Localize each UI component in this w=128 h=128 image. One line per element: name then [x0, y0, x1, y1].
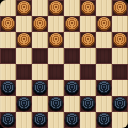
- square-r6c3[interactable]: [48, 96, 64, 112]
- square-r2c7[interactable]: [112, 32, 128, 48]
- square-r0c4: [64, 0, 80, 16]
- square-r7c7: [112, 112, 128, 128]
- square-r7c3: [48, 112, 64, 128]
- square-r6c5[interactable]: [80, 96, 96, 112]
- square-r2c5[interactable]: [80, 32, 96, 48]
- square-r5c3: [48, 80, 64, 96]
- square-r2c1[interactable]: [16, 32, 32, 48]
- square-r5c1: [16, 80, 32, 96]
- checker-piece-navy[interactable]: [65, 113, 79, 127]
- square-r0c3[interactable]: [48, 0, 64, 16]
- square-r2c2: [32, 32, 48, 48]
- checker-piece-navy[interactable]: [65, 81, 79, 95]
- checker-piece-navy[interactable]: [97, 113, 111, 127]
- square-r3c4[interactable]: [64, 48, 80, 64]
- square-r1c1: [16, 16, 32, 32]
- square-r3c0[interactable]: [0, 48, 16, 64]
- checker-piece-orange[interactable]: [81, 33, 95, 47]
- square-r4c6: [96, 64, 112, 80]
- checker-piece-orange[interactable]: [1, 17, 15, 31]
- square-r5c4[interactable]: [64, 80, 80, 96]
- square-r4c3[interactable]: [48, 64, 64, 80]
- square-r4c5[interactable]: [80, 64, 96, 80]
- square-r4c0: [0, 64, 16, 80]
- square-r3c1: [16, 48, 32, 64]
- checker-piece-orange[interactable]: [113, 1, 127, 15]
- square-r3c3: [48, 48, 64, 64]
- checker-piece-navy[interactable]: [81, 97, 95, 111]
- square-r2c3[interactable]: [48, 32, 64, 48]
- square-r7c4[interactable]: [64, 112, 80, 128]
- square-r2c0: [0, 32, 16, 48]
- square-r4c2: [32, 64, 48, 80]
- square-r6c0: [0, 96, 16, 112]
- square-r4c7[interactable]: [112, 64, 128, 80]
- square-r0c6: [96, 0, 112, 16]
- checker-piece-navy[interactable]: [49, 97, 63, 111]
- square-r1c4[interactable]: [64, 16, 80, 32]
- square-r7c2[interactable]: [32, 112, 48, 128]
- square-r3c5: [80, 48, 96, 64]
- square-r5c6[interactable]: [96, 80, 112, 96]
- square-r2c6: [96, 32, 112, 48]
- checker-piece-navy[interactable]: [97, 81, 111, 95]
- checker-piece-orange[interactable]: [17, 1, 31, 15]
- checker-piece-navy[interactable]: [17, 97, 31, 111]
- checker-piece-orange[interactable]: [81, 1, 95, 15]
- checker-piece-navy[interactable]: [33, 81, 47, 95]
- square-r7c5: [80, 112, 96, 128]
- square-r1c2[interactable]: [32, 16, 48, 32]
- checker-piece-navy[interactable]: [113, 97, 127, 111]
- square-r1c6[interactable]: [96, 16, 112, 32]
- square-r3c2[interactable]: [32, 48, 48, 64]
- checker-piece-orange[interactable]: [97, 17, 111, 31]
- square-r6c4: [64, 96, 80, 112]
- checker-piece-orange[interactable]: [65, 17, 79, 31]
- square-r3c7: [112, 48, 128, 64]
- checker-piece-orange[interactable]: [49, 1, 63, 15]
- square-r1c0[interactable]: [0, 16, 16, 32]
- checker-piece-navy[interactable]: [33, 113, 47, 127]
- square-r4c4: [64, 64, 80, 80]
- square-r4c1[interactable]: [16, 64, 32, 80]
- square-r1c7: [112, 16, 128, 32]
- square-r1c3: [48, 16, 64, 32]
- checker-piece-orange[interactable]: [17, 33, 31, 47]
- checkers-board: [0, 0, 128, 128]
- square-r6c2: [32, 96, 48, 112]
- checker-piece-orange[interactable]: [33, 17, 47, 31]
- square-r7c0[interactable]: [0, 112, 16, 128]
- square-r7c1: [16, 112, 32, 128]
- square-r2c4: [64, 32, 80, 48]
- square-r3c6[interactable]: [96, 48, 112, 64]
- square-r5c7: [112, 80, 128, 96]
- square-r5c2[interactable]: [32, 80, 48, 96]
- square-r0c0: [0, 0, 16, 16]
- checker-piece-orange[interactable]: [49, 33, 63, 47]
- checker-piece-navy[interactable]: [1, 113, 15, 127]
- square-r6c1[interactable]: [16, 96, 32, 112]
- checker-piece-orange[interactable]: [113, 33, 127, 47]
- square-r0c2: [32, 0, 48, 16]
- square-r6c7[interactable]: [112, 96, 128, 112]
- square-r5c5: [80, 80, 96, 96]
- square-r5c0[interactable]: [0, 80, 16, 96]
- square-r1c5: [80, 16, 96, 32]
- checker-piece-navy[interactable]: [1, 81, 15, 95]
- square-r7c6[interactable]: [96, 112, 112, 128]
- square-r0c1[interactable]: [16, 0, 32, 16]
- square-r0c5[interactable]: [80, 0, 96, 16]
- square-r0c7[interactable]: [112, 0, 128, 16]
- square-r6c6: [96, 96, 112, 112]
